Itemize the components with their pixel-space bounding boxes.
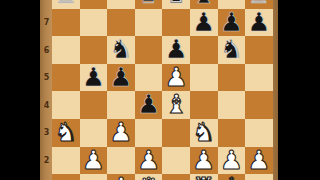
white-pawn: ♟ bbox=[165, 64, 188, 92]
square-e7[interactable] bbox=[162, 9, 190, 37]
square-f1[interactable]: ♜ bbox=[190, 174, 218, 180]
square-g4[interactable] bbox=[218, 91, 246, 119]
black-pawn: ♟ bbox=[137, 91, 160, 119]
white-pawn: ♟ bbox=[137, 147, 160, 175]
square-g2[interactable]: ♟ bbox=[218, 147, 246, 175]
square-d1[interactable]: ♛ bbox=[135, 174, 163, 180]
black-king: ♚ bbox=[165, 0, 188, 9]
black-pawn: ♟ bbox=[109, 64, 132, 92]
black-knight: ♞ bbox=[220, 36, 243, 64]
square-g7[interactable]: ♟ bbox=[218, 9, 246, 37]
black-pawn: ♟ bbox=[192, 9, 215, 37]
square-d4[interactable]: ♟ bbox=[135, 91, 163, 119]
white-pawn: ♟ bbox=[220, 147, 243, 175]
square-d3[interactable] bbox=[135, 119, 163, 147]
square-a6[interactable] bbox=[52, 36, 80, 64]
square-g5[interactable] bbox=[218, 64, 246, 92]
square-b4[interactable] bbox=[80, 91, 108, 119]
square-f2[interactable]: ♟ bbox=[190, 147, 218, 175]
square-e2[interactable] bbox=[162, 147, 190, 175]
square-h3[interactable] bbox=[245, 119, 273, 147]
square-h2[interactable]: ♟ bbox=[245, 147, 273, 175]
square-h7[interactable]: ♟ bbox=[245, 9, 273, 37]
black-pawn: ♟ bbox=[165, 36, 188, 64]
square-h4[interactable] bbox=[245, 91, 273, 119]
black-queen: ♛ bbox=[137, 0, 160, 9]
black-pawn: ♟ bbox=[82, 64, 105, 92]
square-e4[interactable]: ♝ bbox=[162, 91, 190, 119]
square-f7[interactable]: ♟ bbox=[190, 9, 218, 37]
white-knight: ♞ bbox=[192, 119, 215, 147]
square-a4[interactable] bbox=[52, 91, 80, 119]
square-a5[interactable] bbox=[52, 64, 80, 92]
white-rook: ♜ bbox=[192, 174, 215, 180]
square-e8[interactable]: ♚ bbox=[162, 0, 190, 9]
black-rook: ♜ bbox=[54, 0, 77, 9]
square-h1[interactable] bbox=[245, 174, 273, 180]
square-b1[interactable] bbox=[80, 174, 108, 180]
square-b3[interactable] bbox=[80, 119, 108, 147]
square-b8[interactable] bbox=[80, 0, 108, 9]
black-knight: ♞ bbox=[109, 36, 132, 64]
square-b7[interactable] bbox=[80, 9, 108, 37]
square-c8[interactable] bbox=[107, 0, 135, 9]
square-d8[interactable]: ♛ bbox=[135, 0, 163, 9]
square-c1[interactable]: ♝ bbox=[107, 174, 135, 180]
square-d6[interactable] bbox=[135, 36, 163, 64]
chess-app-screen: ♜♛♚♝♜♟♟♟♞♟♞♟♟♟♟♝♞♟♞♟♟♟♟♟♝♛♜♚ 765432 bbox=[0, 0, 320, 180]
square-c2[interactable] bbox=[107, 147, 135, 175]
white-pawn: ♟ bbox=[82, 147, 105, 175]
rank-label-6: 6 bbox=[42, 45, 51, 56]
square-h5[interactable] bbox=[245, 64, 273, 92]
white-king: ♚ bbox=[220, 174, 243, 180]
square-c3[interactable]: ♟ bbox=[107, 119, 135, 147]
white-bishop: ♝ bbox=[109, 174, 132, 180]
square-b2[interactable]: ♟ bbox=[80, 147, 108, 175]
square-e5[interactable]: ♟ bbox=[162, 64, 190, 92]
white-knight: ♞ bbox=[54, 119, 77, 147]
square-a3[interactable]: ♞ bbox=[52, 119, 80, 147]
white-pawn: ♟ bbox=[109, 119, 132, 147]
square-f3[interactable]: ♞ bbox=[190, 119, 218, 147]
rank-label-4: 4 bbox=[42, 100, 51, 111]
square-d5[interactable] bbox=[135, 64, 163, 92]
white-pawn: ♟ bbox=[247, 147, 270, 175]
square-b5[interactable]: ♟ bbox=[80, 64, 108, 92]
square-a1[interactable] bbox=[52, 174, 80, 180]
square-g6[interactable]: ♞ bbox=[218, 36, 246, 64]
square-f6[interactable] bbox=[190, 36, 218, 64]
square-e6[interactable]: ♟ bbox=[162, 36, 190, 64]
square-f5[interactable] bbox=[190, 64, 218, 92]
square-g1[interactable]: ♚ bbox=[218, 174, 246, 180]
square-c5[interactable]: ♟ bbox=[107, 64, 135, 92]
rank-label-5: 5 bbox=[42, 72, 51, 83]
square-a7[interactable] bbox=[52, 9, 80, 37]
rank-label-2: 2 bbox=[42, 155, 51, 166]
white-bishop: ♝ bbox=[165, 91, 188, 119]
rank-label-3: 3 bbox=[42, 127, 51, 138]
square-a8[interactable]: ♜ bbox=[52, 0, 80, 9]
white-pawn: ♟ bbox=[192, 147, 215, 175]
square-e1[interactable] bbox=[162, 174, 190, 180]
square-d2[interactable]: ♟ bbox=[135, 147, 163, 175]
chess-board: ♜♛♚♝♜♟♟♟♞♟♞♟♟♟♟♝♞♟♞♟♟♟♟♟♝♛♜♚ bbox=[52, 0, 273, 180]
square-c6[interactable]: ♞ bbox=[107, 36, 135, 64]
square-e3[interactable] bbox=[162, 119, 190, 147]
black-pawn: ♟ bbox=[220, 9, 243, 37]
square-c7[interactable] bbox=[107, 9, 135, 37]
rank-label-7: 7 bbox=[42, 17, 51, 28]
square-c4[interactable] bbox=[107, 91, 135, 119]
square-d7[interactable] bbox=[135, 9, 163, 37]
black-pawn: ♟ bbox=[247, 9, 270, 37]
square-b6[interactable] bbox=[80, 36, 108, 64]
square-f4[interactable] bbox=[190, 91, 218, 119]
square-a2[interactable] bbox=[52, 147, 80, 175]
white-queen: ♛ bbox=[137, 174, 160, 180]
square-h6[interactable] bbox=[245, 36, 273, 64]
square-g3[interactable] bbox=[218, 119, 246, 147]
